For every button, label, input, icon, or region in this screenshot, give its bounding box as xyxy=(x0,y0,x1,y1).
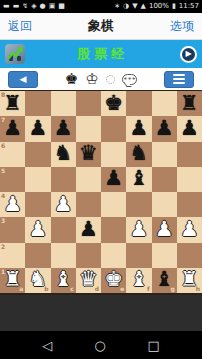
rank-label-4: 4 xyxy=(1,193,5,199)
back-button[interactable]: 返回 xyxy=(8,18,32,35)
file-label-c: c xyxy=(70,286,74,292)
black-king: ♚ xyxy=(104,93,123,114)
spinner-icon xyxy=(106,75,115,84)
black-knight: ♞ xyxy=(54,143,73,164)
square-g3[interactable]: ♟ xyxy=(152,217,177,242)
rank-label-6: 6 xyxy=(1,143,5,149)
data-icon: ◑ xyxy=(123,0,129,13)
white-king-icon[interactable]: ♔ xyxy=(86,72,99,87)
square-a1[interactable]: ♜1a xyxy=(0,268,25,293)
ad-banner[interactable]: 股票经 ▶ xyxy=(0,40,202,68)
white-pawn: ♟ xyxy=(28,219,47,240)
black-pawn: ♟ xyxy=(129,118,148,139)
rank-label-7: 7 xyxy=(1,117,5,123)
wifi-icon: ▼ xyxy=(132,0,137,13)
rank-label-8: 8 xyxy=(1,92,5,98)
square-b5[interactable] xyxy=(25,167,50,192)
square-h6[interactable] xyxy=(177,142,202,167)
black-pawn: ♟ xyxy=(79,219,98,240)
square-f5[interactable]: ♝ xyxy=(126,167,151,192)
screenshot-icon: ▣ xyxy=(49,0,56,13)
square-h8[interactable]: ♜ xyxy=(177,91,202,116)
square-f4[interactable] xyxy=(126,192,151,217)
square-b8[interactable] xyxy=(25,91,50,116)
nav-back-icon[interactable]: ◁ xyxy=(42,339,52,352)
square-f1[interactable]: ♝f xyxy=(126,268,151,293)
file-label-h: h xyxy=(196,286,200,292)
square-b4[interactable] xyxy=(25,192,50,217)
nav-recents-icon[interactable]: □ xyxy=(148,339,160,352)
square-b1[interactable]: ♞b xyxy=(25,268,50,293)
square-h1[interactable]: ♜h xyxy=(177,268,202,293)
title-bar: 返回 象棋 选项 xyxy=(0,13,202,40)
battery-percent: 100% xyxy=(149,0,169,13)
square-f6[interactable]: ♞ xyxy=(126,142,151,167)
square-f2[interactable] xyxy=(126,243,151,268)
black-queen: ♛ xyxy=(79,143,98,164)
square-f3[interactable]: ♟ xyxy=(126,217,151,242)
square-e8[interactable]: ♚ xyxy=(101,91,126,116)
black-king-icon[interactable]: ♚ xyxy=(65,72,78,87)
square-a6[interactable]: 6 xyxy=(0,142,25,167)
file-label-d: d xyxy=(95,286,99,292)
square-c3[interactable] xyxy=(51,217,76,242)
rank-label-3: 3 xyxy=(1,218,5,224)
rank-label-5: 5 xyxy=(1,168,5,174)
square-d1[interactable]: ♛d xyxy=(76,268,101,293)
square-f7[interactable]: ♟ xyxy=(126,116,151,141)
square-g4[interactable] xyxy=(152,192,177,217)
square-e5[interactable]: ♟ xyxy=(101,167,126,192)
app-icon: ■ xyxy=(58,0,65,13)
status-right-icons: ∗◑▼▲ xyxy=(114,0,146,13)
black-pawn: ♟ xyxy=(28,118,47,139)
person-icon: ● xyxy=(40,0,46,13)
square-a8[interactable]: ♜8 xyxy=(0,91,25,116)
square-a4[interactable]: ♟4 xyxy=(0,192,25,217)
bluetooth-icon: ∗ xyxy=(114,0,120,13)
white-pawn: ♟ xyxy=(3,194,22,215)
square-c4[interactable]: ♟ xyxy=(51,192,76,217)
game-toolbar: ◀ ♚ ♔ ••• xyxy=(0,68,202,90)
file-label-f: f xyxy=(147,286,150,292)
square-b3[interactable]: ♟ xyxy=(25,217,50,242)
square-c2[interactable] xyxy=(51,243,76,268)
square-g5[interactable] xyxy=(152,167,177,192)
square-b7[interactable]: ♟ xyxy=(25,116,50,141)
white-pawn: ♟ xyxy=(180,219,199,240)
usb-icon: ↯ xyxy=(22,0,28,13)
sd-card-icon: ▬ xyxy=(13,0,20,13)
white-pawn: ♟ xyxy=(129,219,148,240)
menu-button[interactable] xyxy=(164,71,194,88)
black-bishop: ♝ xyxy=(129,168,148,189)
prev-move-button[interactable]: ◀ xyxy=(8,71,38,88)
black-pawn: ♟ xyxy=(104,168,123,189)
square-c7[interactable]: ♟ xyxy=(51,116,76,141)
chat-bubble-icon[interactable]: ••• xyxy=(122,74,137,85)
white-pawn: ♟ xyxy=(54,194,73,215)
hamburger-icon xyxy=(173,74,185,84)
black-pawn: ♟ xyxy=(3,118,22,139)
file-label-g: g xyxy=(170,286,174,292)
square-d8[interactable] xyxy=(76,91,101,116)
square-c8[interactable] xyxy=(51,91,76,116)
square-c5[interactable] xyxy=(51,167,76,192)
battery-icon: ▮ xyxy=(172,0,176,13)
nav-home-icon[interactable]: ○ xyxy=(94,339,105,352)
clock: 11:57 xyxy=(179,0,199,13)
black-knight: ♞ xyxy=(129,143,148,164)
black-rook: ♜ xyxy=(180,93,199,114)
square-h4[interactable] xyxy=(177,192,202,217)
status-bar: ▬▬↯◈●▣■ ∗◑▼▲ 100% ▮ 11:57 xyxy=(0,0,202,13)
square-h7[interactable]: ♟ xyxy=(177,116,202,141)
rank-label-2: 2 xyxy=(1,244,5,250)
square-e1[interactable]: ♚e xyxy=(101,268,126,293)
ad-go-icon[interactable]: ▶ xyxy=(180,46,197,63)
file-label-b: b xyxy=(44,286,48,292)
rank-label-1: 1 xyxy=(1,269,5,275)
square-d7[interactable] xyxy=(76,116,101,141)
status-right-group: ∗◑▼▲ 100% ▮ 11:57 xyxy=(114,0,199,13)
square-b2[interactable] xyxy=(25,243,50,268)
toolbar-center-icons: ♚ ♔ ••• xyxy=(65,72,137,87)
black-pawn: ♟ xyxy=(54,118,73,139)
square-h5[interactable] xyxy=(177,167,202,192)
square-f8[interactable] xyxy=(126,91,151,116)
android-nav-bar: ◁ ○ □ xyxy=(0,331,202,359)
square-g6[interactable] xyxy=(152,142,177,167)
location-icon: ◈ xyxy=(31,0,36,13)
square-a7[interactable]: ♟7 xyxy=(0,116,25,141)
status-left-icons: ▬▬↯◈●▣■ xyxy=(3,0,65,13)
square-h3[interactable]: ♟ xyxy=(177,217,202,242)
square-e7[interactable] xyxy=(101,116,126,141)
square-a5[interactable]: 5 xyxy=(0,167,25,192)
app-window: ▬▬↯◈●▣■ ∗◑▼▲ 100% ▮ 11:57 返回 象棋 选项 股票经 ▶… xyxy=(0,0,202,359)
stock-chart-icon xyxy=(5,44,25,64)
square-b6[interactable] xyxy=(25,142,50,167)
square-g2[interactable] xyxy=(152,243,177,268)
black-rook: ♜ xyxy=(3,93,22,114)
square-e3[interactable] xyxy=(101,217,126,242)
black-pawn: ♟ xyxy=(180,118,199,139)
square-c1[interactable]: ♝c xyxy=(51,268,76,293)
sim-icon: ▬ xyxy=(3,0,10,13)
square-d2[interactable] xyxy=(76,243,101,268)
square-g1[interactable]: ♝g xyxy=(152,268,177,293)
square-d3[interactable]: ♟ xyxy=(76,217,101,242)
square-d5[interactable] xyxy=(76,167,101,192)
square-d6[interactable]: ♛ xyxy=(76,142,101,167)
square-d4[interactable] xyxy=(76,192,101,217)
white-bishop: ♝ xyxy=(129,269,148,290)
square-g7[interactable]: ♟ xyxy=(152,116,177,141)
file-label-a: a xyxy=(19,286,23,292)
square-a2[interactable]: 2 xyxy=(0,243,25,268)
options-button[interactable]: 选项 xyxy=(170,18,194,35)
file-label-e: e xyxy=(120,286,124,292)
page-title: 象棋 xyxy=(88,17,114,35)
white-pawn: ♟ xyxy=(155,219,174,240)
lower-background xyxy=(0,295,202,331)
square-c6[interactable]: ♞ xyxy=(51,142,76,167)
square-h2[interactable] xyxy=(177,243,202,268)
square-e6[interactable] xyxy=(101,142,126,167)
signal-icon: ▲ xyxy=(141,0,146,13)
ad-text: 股票经 xyxy=(77,45,128,63)
square-g8[interactable] xyxy=(152,91,177,116)
black-pawn: ♟ xyxy=(155,118,174,139)
chess-board: ♜8♚♜♟7♟♟♟♟♟6♞♛♞5♟♝♟4♟3♟♟♟♟♟2♜1a♞b♝c♛d♚e♝… xyxy=(0,90,202,295)
square-e2[interactable] xyxy=(101,243,126,268)
square-e4[interactable] xyxy=(101,192,126,217)
square-a3[interactable]: 3 xyxy=(0,217,25,242)
